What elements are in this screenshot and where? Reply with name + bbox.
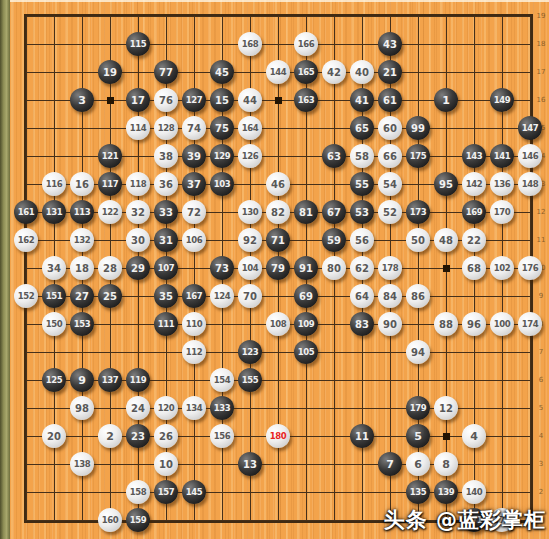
black-stone-25: 25 xyxy=(98,284,122,308)
board-intersection xyxy=(236,506,264,534)
board-intersection: 25 xyxy=(96,282,124,310)
board-intersection: 127 xyxy=(180,86,208,114)
board-intersection xyxy=(376,2,404,30)
black-stone-3: 3 xyxy=(70,88,94,112)
black-stone-23: 23 xyxy=(126,424,150,448)
row-coordinate-label: 18 xyxy=(534,40,548,48)
board-intersection xyxy=(348,338,376,366)
star-point xyxy=(443,265,450,272)
board-intersection: 67 xyxy=(320,198,348,226)
board-intersection: 20 xyxy=(40,422,68,450)
board-intersection xyxy=(460,2,488,30)
board-intersection: 60 xyxy=(376,114,404,142)
board-intersection: 157 xyxy=(152,478,180,506)
board-intersection xyxy=(12,254,40,282)
board-intersection xyxy=(68,30,96,58)
white-stone-10: 10 xyxy=(154,452,178,476)
board-intersection: 139 xyxy=(432,478,460,506)
black-stone-175: 175 xyxy=(406,144,430,168)
board-intersection xyxy=(460,450,488,478)
white-stone-28: 28 xyxy=(98,256,122,280)
white-stone-38: 38 xyxy=(154,144,178,168)
white-stone-80: 80 xyxy=(322,256,346,280)
board-intersection xyxy=(264,338,292,366)
board-intersection xyxy=(432,254,460,282)
board-intersection: 8 xyxy=(432,450,460,478)
board-intersection xyxy=(208,198,236,226)
board-intersection: 142 xyxy=(460,170,488,198)
board-intersection: 178 xyxy=(376,254,404,282)
board-intersection xyxy=(292,506,320,534)
board-intersection xyxy=(208,478,236,506)
board-intersection: 146 xyxy=(516,142,544,170)
board-intersection xyxy=(432,142,460,170)
board-intersection xyxy=(460,114,488,142)
white-stone-104: 104 xyxy=(238,256,262,280)
white-stone-128: 128 xyxy=(154,116,178,140)
black-stone-81: 81 xyxy=(294,200,318,224)
white-stone-74: 74 xyxy=(182,116,206,140)
board-intersection: 129 xyxy=(208,142,236,170)
board-intersection: 41 xyxy=(348,86,376,114)
board-intersection xyxy=(236,310,264,338)
board-intersection xyxy=(404,310,432,338)
row-coordinate-label: 16 xyxy=(534,96,548,104)
board-intersection: 105 xyxy=(292,338,320,366)
white-stone-18: 18 xyxy=(70,256,94,280)
board-intersection xyxy=(180,58,208,86)
board-intersection: 122 xyxy=(96,198,124,226)
board-intersection: 151 xyxy=(40,282,68,310)
board-intersection xyxy=(152,338,180,366)
white-stone-84: 84 xyxy=(378,284,402,308)
black-stone-19: 19 xyxy=(98,60,122,84)
board-intersection xyxy=(488,366,516,394)
black-stone-63: 63 xyxy=(322,144,346,168)
black-stone-107: 107 xyxy=(154,256,178,280)
board-intersection xyxy=(180,422,208,450)
board-intersection: 91 xyxy=(292,254,320,282)
black-stone-113: 113 xyxy=(70,200,94,224)
board-intersection: 86 xyxy=(404,282,432,310)
board-intersection: 58 xyxy=(348,142,376,170)
board-intersection xyxy=(96,226,124,254)
board-intersection xyxy=(12,506,40,534)
board-intersection: 117 xyxy=(96,170,124,198)
white-stone-142: 142 xyxy=(462,172,486,196)
board-intersection: 9 xyxy=(68,366,96,394)
board-intersection: 114 xyxy=(124,114,152,142)
board-intersection xyxy=(432,2,460,30)
board-intersection xyxy=(404,254,432,282)
black-stone-41: 41 xyxy=(350,88,374,112)
board-intersection: 162 xyxy=(12,226,40,254)
black-stone-31: 31 xyxy=(154,228,178,252)
go-diagram: 1151681664319774514416542402131776127154… xyxy=(0,0,549,539)
board-intersection: 40 xyxy=(348,58,376,86)
board-intersection xyxy=(348,366,376,394)
board-intersection xyxy=(488,30,516,58)
white-stone-146: 146 xyxy=(518,144,542,168)
board-intersection xyxy=(264,114,292,142)
board-intersection: 56 xyxy=(348,226,376,254)
go-board: 1151681664319774514416542402131776127154… xyxy=(12,2,544,534)
board-intersection: 79 xyxy=(264,254,292,282)
board-intersection xyxy=(12,422,40,450)
black-stone-67: 67 xyxy=(322,200,346,224)
board-intersection xyxy=(320,86,348,114)
board-intersection xyxy=(96,30,124,58)
board-intersection xyxy=(320,282,348,310)
white-stone-178: 178 xyxy=(378,256,402,280)
board-intersection xyxy=(208,450,236,478)
black-stone-15: 15 xyxy=(210,88,234,112)
board-intersection: 19 xyxy=(96,58,124,86)
board-intersection: 160 xyxy=(96,506,124,534)
black-stone-159: 159 xyxy=(126,508,150,532)
white-stone-94: 94 xyxy=(406,340,430,364)
board-intersection: 145 xyxy=(180,478,208,506)
board-intersection xyxy=(68,338,96,366)
board-intersection: 64 xyxy=(348,282,376,310)
black-stone-179: 179 xyxy=(406,396,430,420)
black-stone-7: 7 xyxy=(378,452,402,476)
board-intersection: 148 xyxy=(516,170,544,198)
star-point xyxy=(275,97,282,104)
board-intersection xyxy=(236,2,264,30)
board-intersection: 24 xyxy=(124,394,152,422)
board-intersection xyxy=(348,506,376,534)
board-intersection: 169 xyxy=(460,198,488,226)
board-intersection: 6 xyxy=(404,450,432,478)
board-intersection xyxy=(320,394,348,422)
board-intersection: 143 xyxy=(460,142,488,170)
black-stone-139: 139 xyxy=(434,480,458,504)
board-intersection xyxy=(124,282,152,310)
board-intersection xyxy=(40,86,68,114)
window-left-edge xyxy=(0,0,10,539)
black-stone-173: 173 xyxy=(406,200,430,224)
board-intersection: 21 xyxy=(376,58,404,86)
white-stone-138: 138 xyxy=(70,452,94,476)
board-intersection: 140 xyxy=(460,478,488,506)
board-intersection: 138 xyxy=(68,450,96,478)
board-intersection: 106 xyxy=(180,226,208,254)
black-stone-55: 55 xyxy=(350,172,374,196)
white-stone-32: 32 xyxy=(126,200,150,224)
board-intersection: 10 xyxy=(152,450,180,478)
board-intersection: 1 xyxy=(432,86,460,114)
white-stone-164: 164 xyxy=(238,116,262,140)
board-intersection: 29 xyxy=(124,254,152,282)
board-intersection xyxy=(292,142,320,170)
board-intersection: 118 xyxy=(124,170,152,198)
board-intersection: 147 xyxy=(516,114,544,142)
white-stone-136: 136 xyxy=(490,172,514,196)
board-intersection: 82 xyxy=(264,198,292,226)
board-intersection: 95 xyxy=(432,170,460,198)
black-stone-17: 17 xyxy=(126,88,150,112)
black-stone-13: 13 xyxy=(238,452,262,476)
board-intersection: 102 xyxy=(488,254,516,282)
black-stone-59: 59 xyxy=(322,228,346,252)
board-intersection xyxy=(40,142,68,170)
board-intersection: 37 xyxy=(180,170,208,198)
board-intersection xyxy=(404,366,432,394)
board-intersection: 23 xyxy=(124,422,152,450)
board-intersection xyxy=(292,114,320,142)
white-stone-66: 66 xyxy=(378,144,402,168)
board-intersection: 33 xyxy=(152,198,180,226)
board-intersection xyxy=(488,2,516,30)
board-intersection: 42 xyxy=(320,58,348,86)
board-intersection: 165 xyxy=(292,58,320,86)
white-stone-6: 6 xyxy=(406,452,430,476)
white-stone-62: 62 xyxy=(350,256,374,280)
black-stone-137: 137 xyxy=(98,368,122,392)
board-intersection: 66 xyxy=(376,142,404,170)
white-stone-82: 82 xyxy=(266,200,290,224)
white-stone-50: 50 xyxy=(406,228,430,252)
board-intersection: 59 xyxy=(320,226,348,254)
black-stone-5: 5 xyxy=(406,424,430,448)
white-stone-176: 176 xyxy=(518,256,542,280)
board-intersection: 75 xyxy=(208,114,236,142)
board-intersection: 132 xyxy=(68,226,96,254)
board-intersection xyxy=(264,478,292,506)
row-coordinate-label: 12 xyxy=(534,208,548,216)
board-intersection: 65 xyxy=(348,114,376,142)
board-intersection xyxy=(320,170,348,198)
black-stone-91: 91 xyxy=(294,256,318,280)
white-stone-102: 102 xyxy=(490,256,514,280)
board-intersection xyxy=(208,2,236,30)
board-intersection xyxy=(180,254,208,282)
board-intersection: 144 xyxy=(264,58,292,86)
white-stone-140: 140 xyxy=(462,480,486,504)
board-intersection xyxy=(180,2,208,30)
white-stone-160: 160 xyxy=(98,508,122,532)
board-intersection: 98 xyxy=(68,394,96,422)
board-intersection xyxy=(152,30,180,58)
board-intersection xyxy=(320,422,348,450)
white-stone-68: 68 xyxy=(462,256,486,280)
board-intersection xyxy=(40,58,68,86)
white-stone-98: 98 xyxy=(70,396,94,420)
board-intersection: 173 xyxy=(404,198,432,226)
board-intersection xyxy=(320,450,348,478)
white-stone-48: 48 xyxy=(434,228,458,252)
board-intersection: 135 xyxy=(404,478,432,506)
black-stone-37: 37 xyxy=(182,172,206,196)
board-intersection: 5 xyxy=(404,422,432,450)
white-stone-154: 154 xyxy=(210,368,234,392)
board-intersection: 13 xyxy=(236,450,264,478)
board-intersection xyxy=(40,30,68,58)
black-stone-1: 1 xyxy=(434,88,458,112)
board-intersection: 76 xyxy=(152,86,180,114)
board-intersection: 54 xyxy=(376,170,404,198)
board-intersection xyxy=(124,2,152,30)
black-stone-65: 65 xyxy=(350,116,374,140)
board-intersection xyxy=(68,2,96,30)
white-stone-96: 96 xyxy=(462,312,486,336)
board-intersection xyxy=(96,310,124,338)
board-intersection: 43 xyxy=(376,30,404,58)
board-intersection: 26 xyxy=(152,422,180,450)
board-intersection xyxy=(488,422,516,450)
white-stone-166: 166 xyxy=(294,32,318,56)
white-stone-126: 126 xyxy=(238,144,262,168)
board-intersection: 27 xyxy=(68,282,96,310)
board-intersection xyxy=(40,226,68,254)
white-stone-100: 100 xyxy=(490,312,514,336)
black-stone-161: 161 xyxy=(14,200,38,224)
black-stone-77: 77 xyxy=(154,60,178,84)
board-intersection xyxy=(292,170,320,198)
board-intersection xyxy=(488,338,516,366)
white-stone-8: 8 xyxy=(434,452,458,476)
white-stone-56: 56 xyxy=(350,228,374,252)
white-stone-122: 122 xyxy=(98,200,122,224)
board-intersection: 63 xyxy=(320,142,348,170)
board-intersection xyxy=(292,394,320,422)
board-intersection xyxy=(12,366,40,394)
black-stone-141: 141 xyxy=(490,144,514,168)
black-stone-131: 131 xyxy=(42,200,66,224)
board-intersection xyxy=(12,114,40,142)
board-intersection: 34 xyxy=(40,254,68,282)
board-intersection xyxy=(152,506,180,534)
board-intersection: 94 xyxy=(404,338,432,366)
board-intersection: 38 xyxy=(152,142,180,170)
white-stone-54: 54 xyxy=(378,172,402,196)
board-intersection: 176 xyxy=(516,254,544,282)
board-intersection xyxy=(12,394,40,422)
board-intersection xyxy=(460,394,488,422)
board-intersection: 104 xyxy=(236,254,264,282)
board-intersection: 168 xyxy=(236,30,264,58)
board-intersection: 77 xyxy=(152,58,180,86)
row-coordinate-label: 9 xyxy=(534,292,548,300)
board-intersection: 119 xyxy=(124,366,152,394)
board-intersection xyxy=(236,58,264,86)
board-intersection: 175 xyxy=(404,142,432,170)
board-intersection xyxy=(292,226,320,254)
white-stone-86: 86 xyxy=(406,284,430,308)
board-intersection xyxy=(236,422,264,450)
board-intersection: 164 xyxy=(236,114,264,142)
board-intersection xyxy=(12,86,40,114)
board-intersection xyxy=(404,58,432,86)
board-intersection xyxy=(432,30,460,58)
white-stone-144: 144 xyxy=(266,60,290,84)
black-stone-99: 99 xyxy=(406,116,430,140)
board-intersection xyxy=(376,226,404,254)
black-stone-133: 133 xyxy=(210,396,234,420)
board-intersection xyxy=(12,58,40,86)
board-intersection xyxy=(124,142,152,170)
board-intersection: 36 xyxy=(152,170,180,198)
board-intersection xyxy=(320,478,348,506)
board-intersection xyxy=(488,478,516,506)
board-intersection xyxy=(460,366,488,394)
board-intersection xyxy=(376,422,404,450)
row-coordinate-label: 4 xyxy=(534,432,548,440)
board-intersection: 149 xyxy=(488,86,516,114)
black-stone-69: 69 xyxy=(294,284,318,308)
white-stone-52: 52 xyxy=(378,200,402,224)
white-stone-24: 24 xyxy=(126,396,150,420)
white-stone-134: 134 xyxy=(182,396,206,420)
star-point xyxy=(107,97,114,104)
board-intersection xyxy=(376,394,404,422)
black-stone-71: 71 xyxy=(266,228,290,252)
board-intersection: 16 xyxy=(68,170,96,198)
black-stone-157: 157 xyxy=(154,480,178,504)
board-intersection xyxy=(40,338,68,366)
board-intersection xyxy=(12,450,40,478)
board-intersection xyxy=(488,394,516,422)
board-intersection xyxy=(12,142,40,170)
board-intersection: 152 xyxy=(12,282,40,310)
board-intersection xyxy=(320,114,348,142)
watermark-text: 头条 @蓝彩掌柜 xyxy=(384,506,546,534)
white-stone-70: 70 xyxy=(238,284,262,308)
black-stone-127: 127 xyxy=(182,88,206,112)
board-intersection xyxy=(124,58,152,86)
board-intersection xyxy=(348,450,376,478)
board-intersection xyxy=(208,338,236,366)
black-stone-33: 33 xyxy=(154,200,178,224)
black-stone-61: 61 xyxy=(378,88,402,112)
black-stone-45: 45 xyxy=(210,60,234,84)
black-stone-103: 103 xyxy=(210,172,234,196)
board-intersection: 163 xyxy=(292,86,320,114)
board-intersection xyxy=(264,142,292,170)
white-stone-42: 42 xyxy=(322,60,346,84)
white-stone-16: 16 xyxy=(70,172,94,196)
black-stone-125: 125 xyxy=(42,368,66,392)
board-intersection xyxy=(460,30,488,58)
board-intersection xyxy=(236,478,264,506)
black-stone-151: 151 xyxy=(42,284,66,308)
board-intersection: 46 xyxy=(264,170,292,198)
board-intersection: 107 xyxy=(152,254,180,282)
board-intersection: 115 xyxy=(124,30,152,58)
black-stone-109: 109 xyxy=(294,312,318,336)
board-intersection xyxy=(264,506,292,534)
board-intersection xyxy=(180,450,208,478)
black-stone-27: 27 xyxy=(70,284,94,308)
board-intersection xyxy=(320,310,348,338)
board-intersection: 28 xyxy=(96,254,124,282)
board-intersection: 50 xyxy=(404,226,432,254)
board-intersection xyxy=(348,2,376,30)
board-intersection xyxy=(12,338,40,366)
board-intersection xyxy=(488,58,516,86)
board-intersection xyxy=(208,310,236,338)
board-intersection xyxy=(96,478,124,506)
white-stone-30: 30 xyxy=(126,228,150,252)
board-intersection xyxy=(208,30,236,58)
board-intersection: 15 xyxy=(208,86,236,114)
black-stone-115: 115 xyxy=(126,32,150,56)
board-intersection xyxy=(40,478,68,506)
board-intersection xyxy=(96,86,124,114)
board-intersection: 161 xyxy=(12,198,40,226)
board-intersection: 48 xyxy=(432,226,460,254)
